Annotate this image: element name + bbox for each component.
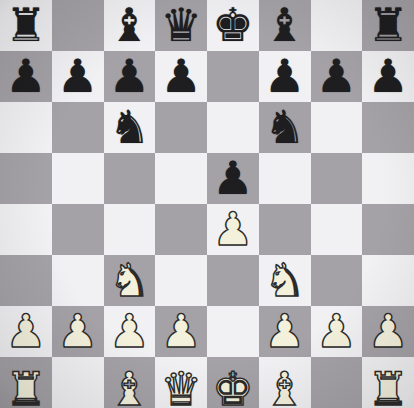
chess-board-container: ♜♝♛♚♝♜♟♟♟♟♟♟♟♞♞♟♟♞♞♟♟♟♟♟♟♟♜♝♛♚♝♜: [0, 0, 414, 408]
square-a4[interactable]: [0, 204, 52, 255]
square-e6[interactable]: [207, 102, 259, 153]
square-e2[interactable]: [207, 306, 259, 357]
square-e5[interactable]: ♟: [207, 153, 259, 204]
square-c2[interactable]: ♟: [104, 306, 156, 357]
white-knight-piece[interactable]: ♞: [264, 255, 305, 306]
square-f4[interactable]: [259, 204, 311, 255]
white-pawn-piece[interactable]: ♟: [212, 204, 253, 255]
square-f2[interactable]: ♟: [259, 306, 311, 357]
square-f3[interactable]: ♞: [259, 255, 311, 306]
square-e1[interactable]: ♚: [207, 357, 259, 408]
square-h6[interactable]: [362, 102, 414, 153]
white-rook-piece[interactable]: ♜: [368, 364, 409, 408]
square-d8[interactable]: ♛: [155, 0, 207, 51]
square-g2[interactable]: ♟: [311, 306, 363, 357]
black-knight-piece[interactable]: ♞: [109, 102, 150, 153]
square-b4[interactable]: [52, 204, 104, 255]
white-pawn-piece[interactable]: ♟: [5, 306, 46, 357]
square-f8[interactable]: ♝: [259, 0, 311, 51]
square-c4[interactable]: [104, 204, 156, 255]
square-c5[interactable]: [104, 153, 156, 204]
square-f6[interactable]: ♞: [259, 102, 311, 153]
black-pawn-piece[interactable]: ♟: [5, 51, 46, 102]
square-b8[interactable]: [52, 0, 104, 51]
square-g3[interactable]: [311, 255, 363, 306]
square-c1[interactable]: ♝: [104, 357, 156, 408]
square-c6[interactable]: ♞: [104, 102, 156, 153]
square-h3[interactable]: [362, 255, 414, 306]
square-b5[interactable]: [52, 153, 104, 204]
black-pawn-piece[interactable]: ♟: [212, 153, 253, 204]
white-pawn-piece[interactable]: ♟: [316, 306, 357, 357]
white-pawn-piece[interactable]: ♟: [264, 306, 305, 357]
white-pawn-piece[interactable]: ♟: [109, 306, 150, 357]
square-h2[interactable]: ♟: [362, 306, 414, 357]
square-a5[interactable]: [0, 153, 52, 204]
square-b1[interactable]: [52, 357, 104, 408]
black-rook-piece[interactable]: ♜: [5, 0, 46, 51]
square-f1[interactable]: ♝: [259, 357, 311, 408]
square-g4[interactable]: [311, 204, 363, 255]
square-h8[interactable]: ♜: [362, 0, 414, 51]
white-knight-piece[interactable]: ♞: [109, 255, 150, 306]
square-a8[interactable]: ♜: [0, 0, 52, 51]
square-d1[interactable]: ♛: [155, 357, 207, 408]
square-c8[interactable]: ♝: [104, 0, 156, 51]
white-rook-piece[interactable]: ♜: [5, 364, 46, 408]
square-a2[interactable]: ♟: [0, 306, 52, 357]
black-pawn-piece[interactable]: ♟: [316, 51, 357, 102]
square-c3[interactable]: ♞: [104, 255, 156, 306]
square-h7[interactable]: ♟: [362, 51, 414, 102]
white-pawn-piece[interactable]: ♟: [368, 306, 409, 357]
square-g5[interactable]: [311, 153, 363, 204]
black-pawn-piece[interactable]: ♟: [109, 51, 150, 102]
square-a6[interactable]: [0, 102, 52, 153]
square-b6[interactable]: [52, 102, 104, 153]
white-pawn-piece[interactable]: ♟: [161, 306, 202, 357]
black-king-piece[interactable]: ♚: [212, 0, 253, 51]
black-pawn-piece[interactable]: ♟: [264, 51, 305, 102]
square-b2[interactable]: ♟: [52, 306, 104, 357]
square-a3[interactable]: [0, 255, 52, 306]
square-e4[interactable]: ♟: [207, 204, 259, 255]
square-g7[interactable]: ♟: [311, 51, 363, 102]
chess-board: ♜♝♛♚♝♜♟♟♟♟♟♟♟♞♞♟♟♞♞♟♟♟♟♟♟♟♜♝♛♚♝♜: [0, 0, 414, 408]
white-pawn-piece[interactable]: ♟: [57, 306, 98, 357]
black-bishop-piece[interactable]: ♝: [109, 0, 150, 51]
square-d7[interactable]: ♟: [155, 51, 207, 102]
square-b3[interactable]: [52, 255, 104, 306]
black-bishop-piece[interactable]: ♝: [264, 0, 305, 51]
square-d3[interactable]: [155, 255, 207, 306]
square-e7[interactable]: [207, 51, 259, 102]
white-bishop-piece[interactable]: ♝: [264, 364, 305, 408]
square-h4[interactable]: [362, 204, 414, 255]
black-pawn-piece[interactable]: ♟: [57, 51, 98, 102]
square-g6[interactable]: [311, 102, 363, 153]
square-f7[interactable]: ♟: [259, 51, 311, 102]
square-b7[interactable]: ♟: [52, 51, 104, 102]
black-rook-piece[interactable]: ♜: [368, 0, 409, 51]
square-f5[interactable]: [259, 153, 311, 204]
square-d2[interactable]: ♟: [155, 306, 207, 357]
square-e3[interactable]: [207, 255, 259, 306]
square-h1[interactable]: ♜: [362, 357, 414, 408]
white-king-piece[interactable]: ♚: [212, 364, 253, 408]
square-a7[interactable]: ♟: [0, 51, 52, 102]
square-e8[interactable]: ♚: [207, 0, 259, 51]
square-g8[interactable]: [311, 0, 363, 51]
black-knight-piece[interactable]: ♞: [264, 102, 305, 153]
square-c7[interactable]: ♟: [104, 51, 156, 102]
white-queen-piece[interactable]: ♛: [161, 364, 202, 408]
black-queen-piece[interactable]: ♛: [161, 0, 202, 51]
white-bishop-piece[interactable]: ♝: [109, 364, 150, 408]
square-d5[interactable]: [155, 153, 207, 204]
square-g1[interactable]: [311, 357, 363, 408]
square-a1[interactable]: ♜: [0, 357, 52, 408]
square-d6[interactable]: [155, 102, 207, 153]
black-pawn-piece[interactable]: ♟: [368, 51, 409, 102]
square-h5[interactable]: [362, 153, 414, 204]
square-d4[interactable]: [155, 204, 207, 255]
black-pawn-piece[interactable]: ♟: [161, 51, 202, 102]
